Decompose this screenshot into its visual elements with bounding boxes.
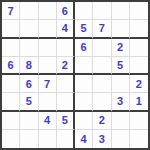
sudoku-cell-r4c5[interactable] [75,57,93,75]
sudoku-cell-r2c2[interactable] [20,20,38,38]
sudoku-cell-r5c7[interactable] [112,75,130,93]
sudoku-cell-r2c3[interactable] [39,20,57,38]
sudoku-cell-r3c5[interactable]: 6 [75,39,93,57]
sudoku-cell-r4c4[interactable]: 2 [57,57,75,75]
sudoku-cell-r1c2[interactable] [20,2,38,20]
given-digit: 7 [8,5,14,17]
given-digit: 5 [81,22,87,34]
sudoku-cell-r2c5[interactable]: 5 [75,20,93,38]
given-digit: 2 [99,114,105,126]
given-digit: 6 [26,78,32,90]
given-digit: 8 [26,59,32,71]
sudoku-cell-r8c7[interactable] [112,130,130,148]
sudoku-cell-r7c7[interactable] [112,112,130,130]
sudoku-cell-r4c2[interactable]: 8 [20,57,38,75]
sudoku-cell-r8c3[interactable] [39,130,57,148]
sudoku-cell-r8c5[interactable]: 4 [75,130,93,148]
sudoku-cell-r4c8[interactable] [130,57,148,75]
sudoku-cell-r6c8[interactable]: 1 [130,93,148,111]
given-digit: 5 [62,114,68,126]
given-digit: 2 [117,41,123,53]
sudoku-cell-r6c1[interactable] [2,93,20,111]
sudoku-cell-r4c6[interactable] [93,57,111,75]
sudoku-cell-r1c7[interactable] [112,2,130,20]
sudoku-cell-r8c6[interactable]: 3 [93,130,111,148]
sudoku-cell-r1c6[interactable] [93,2,111,20]
sudoku-cell-r6c4[interactable] [57,93,75,111]
sudoku-cell-r4c3[interactable] [39,57,57,75]
sudoku-cell-r7c1[interactable] [2,112,20,130]
sudoku-cell-r8c1[interactable] [2,130,20,148]
sudoku-cell-r5c3[interactable]: 7 [39,75,57,93]
sudoku-cell-r7c2[interactable] [20,112,38,130]
sudoku-cell-r7c3[interactable]: 4 [39,112,57,130]
sudoku-cell-r2c6[interactable]: 7 [93,20,111,38]
given-digit: 7 [99,22,105,34]
sudoku-cell-r1c5[interactable] [75,2,93,20]
sudoku-cell-r6c3[interactable] [39,93,57,111]
sudoku-cell-r5c1[interactable] [2,75,20,93]
sudoku-cell-r8c4[interactable] [57,130,75,148]
sudoku-cell-r3c3[interactable] [39,39,57,57]
given-digit: 6 [81,41,87,53]
sudoku-cell-r2c8[interactable] [130,20,148,38]
given-digit: 3 [99,133,105,145]
sudoku-cell-r6c5[interactable] [75,93,93,111]
sudoku-cell-r5c5[interactable] [75,75,93,93]
sudoku-cell-r2c4[interactable]: 4 [57,20,75,38]
sudoku-cell-r1c1[interactable]: 7 [2,2,20,20]
given-digit: 6 [62,5,68,17]
sudoku-board: 7645762682567253145243 [0,0,150,150]
sudoku-cell-r5c6[interactable] [93,75,111,93]
sudoku-cell-r5c4[interactable] [57,75,75,93]
sudoku-cell-r2c1[interactable] [2,20,20,38]
given-digit: 4 [62,22,68,34]
sudoku-cell-r6c6[interactable] [93,93,111,111]
given-digit: 2 [62,59,68,71]
sudoku-cell-r6c2[interactable]: 5 [20,93,38,111]
sudoku-cell-r4c7[interactable]: 5 [112,57,130,75]
sudoku-cell-r1c3[interactable] [39,2,57,20]
given-digit: 4 [81,133,87,145]
sudoku-cell-r6c7[interactable]: 3 [112,93,130,111]
sudoku-cell-r5c2[interactable]: 6 [20,75,38,93]
sudoku-cell-r7c5[interactable] [75,112,93,130]
sudoku-cell-r3c4[interactable] [57,39,75,57]
given-digit: 5 [117,59,123,71]
sudoku-cell-r7c6[interactable]: 2 [93,112,111,130]
given-digit: 4 [44,114,50,126]
sudoku-cell-r7c8[interactable] [130,112,148,130]
sudoku-cell-r4c1[interactable]: 6 [2,57,20,75]
given-digit: 7 [44,78,50,90]
sudoku-cell-r3c2[interactable] [20,39,38,57]
given-digit: 1 [136,95,142,107]
sudoku-cell-r2c7[interactable] [112,20,130,38]
sudoku-cell-r3c8[interactable] [130,39,148,57]
sudoku-cell-r3c6[interactable] [93,39,111,57]
given-digit: 6 [8,59,14,71]
sudoku-cell-r1c8[interactable] [130,2,148,20]
sudoku-cell-r1c4[interactable]: 6 [57,2,75,20]
given-digit: 5 [26,95,32,107]
sudoku-cell-r3c1[interactable] [2,39,20,57]
given-digit: 2 [136,78,142,90]
sudoku-cell-r5c8[interactable]: 2 [130,75,148,93]
sudoku-cell-r3c7[interactable]: 2 [112,39,130,57]
sudoku-cell-r8c2[interactable] [20,130,38,148]
given-digit: 3 [117,95,123,107]
sudoku-cell-r8c8[interactable] [130,130,148,148]
sudoku-cell-r7c4[interactable]: 5 [57,112,75,130]
